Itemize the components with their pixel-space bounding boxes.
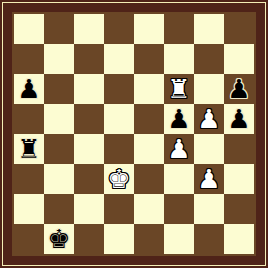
white-king-d3: ♚	[107, 164, 130, 194]
square-c6[interactable]	[74, 74, 104, 104]
square-g8[interactable]	[194, 14, 224, 44]
square-b5[interactable]	[44, 104, 74, 134]
square-e2[interactable]	[134, 194, 164, 224]
square-b7[interactable]	[44, 44, 74, 74]
square-e8[interactable]	[134, 14, 164, 44]
square-d5[interactable]	[104, 104, 134, 134]
square-c8[interactable]	[74, 14, 104, 44]
square-e4[interactable]	[134, 134, 164, 164]
black-pawn-h5: ♟	[227, 104, 250, 134]
square-b1[interactable]: ♚	[44, 224, 74, 254]
square-b8[interactable]	[44, 14, 74, 44]
square-d2[interactable]	[104, 194, 134, 224]
square-b6[interactable]	[44, 74, 74, 104]
square-h1[interactable]	[224, 224, 254, 254]
square-a8[interactable]	[14, 14, 44, 44]
square-h5[interactable]: ♟	[224, 104, 254, 134]
square-d8[interactable]	[104, 14, 134, 44]
black-pawn-f5: ♟	[167, 104, 190, 134]
square-h7[interactable]	[224, 44, 254, 74]
square-h3[interactable]	[224, 164, 254, 194]
square-f8[interactable]	[164, 14, 194, 44]
square-e3[interactable]	[134, 164, 164, 194]
square-f1[interactable]	[164, 224, 194, 254]
chess-board: ♟♜♟♟♟♟♜♟♚♟♚	[12, 12, 256, 256]
square-e6[interactable]	[134, 74, 164, 104]
square-h2[interactable]	[224, 194, 254, 224]
square-g6[interactable]	[194, 74, 224, 104]
black-rook-a4: ♜	[17, 134, 40, 164]
white-pawn-g3: ♟	[197, 164, 220, 194]
square-f3[interactable]	[164, 164, 194, 194]
square-c7[interactable]	[74, 44, 104, 74]
black-pawn-a6: ♟	[17, 74, 40, 104]
square-d1[interactable]	[104, 224, 134, 254]
square-d7[interactable]	[104, 44, 134, 74]
square-b3[interactable]	[44, 164, 74, 194]
square-d3[interactable]: ♚	[104, 164, 134, 194]
square-f7[interactable]	[164, 44, 194, 74]
square-f5[interactable]: ♟	[164, 104, 194, 134]
black-king-b1: ♚	[47, 224, 70, 254]
black-pawn-h6: ♟	[227, 74, 250, 104]
square-g5[interactable]: ♟	[194, 104, 224, 134]
square-a7[interactable]	[14, 44, 44, 74]
square-c5[interactable]	[74, 104, 104, 134]
square-f2[interactable]	[164, 194, 194, 224]
square-g1[interactable]	[194, 224, 224, 254]
square-a1[interactable]	[14, 224, 44, 254]
square-e5[interactable]	[134, 104, 164, 134]
square-f6[interactable]: ♜	[164, 74, 194, 104]
square-g7[interactable]	[194, 44, 224, 74]
square-c4[interactable]	[74, 134, 104, 164]
square-h4[interactable]	[224, 134, 254, 164]
square-c2[interactable]	[74, 194, 104, 224]
square-g4[interactable]	[194, 134, 224, 164]
square-a6[interactable]: ♟	[14, 74, 44, 104]
square-d4[interactable]	[104, 134, 134, 164]
square-h8[interactable]	[224, 14, 254, 44]
square-a5[interactable]	[14, 104, 44, 134]
square-a4[interactable]: ♜	[14, 134, 44, 164]
square-d6[interactable]	[104, 74, 134, 104]
board-frame: ♟♜♟♟♟♟♜♟♚♟♚	[0, 0, 268, 268]
square-c3[interactable]	[74, 164, 104, 194]
square-e1[interactable]	[134, 224, 164, 254]
white-rook-f6: ♜	[167, 74, 190, 104]
square-b2[interactable]	[44, 194, 74, 224]
white-pawn-g5: ♟	[197, 104, 220, 134]
white-pawn-f4: ♟	[167, 134, 190, 164]
square-e7[interactable]	[134, 44, 164, 74]
square-g2[interactable]	[194, 194, 224, 224]
square-f4[interactable]: ♟	[164, 134, 194, 164]
square-a3[interactable]	[14, 164, 44, 194]
square-g3[interactable]: ♟	[194, 164, 224, 194]
square-a2[interactable]	[14, 194, 44, 224]
square-b4[interactable]	[44, 134, 74, 164]
square-c1[interactable]	[74, 224, 104, 254]
square-h6[interactable]: ♟	[224, 74, 254, 104]
